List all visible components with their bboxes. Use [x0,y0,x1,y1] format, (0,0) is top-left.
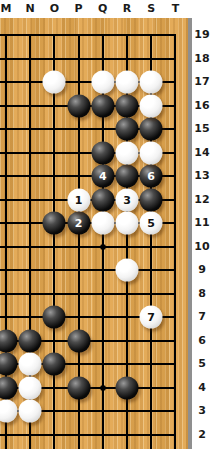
row-label-7: 7 [192,310,212,324]
stone-black-O11[interactable] [43,212,66,235]
row-label-6: 6 [192,334,212,348]
stone-black-P16[interactable] [67,94,90,117]
stone-black-Q14[interactable] [91,141,114,164]
star-point-Q4 [100,385,105,390]
stone-black-Q13[interactable]: 4 [91,165,114,188]
move-number-3: 3 [123,194,131,205]
row-label-9: 9 [192,263,212,277]
stone-black-S12[interactable] [140,188,163,211]
star-point-Q10 [100,244,105,249]
row-label-5: 5 [192,357,212,371]
grid-line-col-T [174,34,176,449]
stone-black-M4[interactable] [0,376,18,399]
stone-black-S13[interactable]: 6 [140,165,163,188]
row-label-19: 19 [192,28,212,42]
stone-black-R16[interactable] [116,94,139,117]
stone-black-Q12[interactable] [91,188,114,211]
stone-black-M6[interactable] [0,329,18,352]
stone-black-O7[interactable] [43,306,66,329]
row-label-12: 12 [192,193,212,207]
stone-white-S11[interactable]: 5 [140,212,163,235]
grid-line-col-O [53,34,55,449]
stone-white-M3[interactable] [0,400,18,423]
stone-black-R13[interactable] [116,165,139,188]
stone-white-P12[interactable]: 1 [67,188,90,211]
row-label-11: 11 [192,216,212,230]
stone-black-P4[interactable] [67,376,90,399]
column-label-T: T [172,2,180,15]
stone-white-R9[interactable] [116,259,139,282]
stone-white-R17[interactable] [116,71,139,94]
column-label-O: O [50,2,59,15]
move-number-4: 4 [99,171,107,182]
move-number-5: 5 [147,218,155,229]
stone-black-P11[interactable]: 2 [67,212,90,235]
row-label-2: 2 [192,428,212,442]
stone-white-N3[interactable] [19,400,42,423]
row-label-13: 13 [192,169,212,183]
go-diagram: 4621357 MNOPQRST 19181716151413121110987… [0,0,212,449]
stone-white-Q11[interactable] [91,212,114,235]
row-label-18: 18 [192,52,212,66]
column-label-M: M [1,2,12,15]
go-board[interactable]: 4621357 [0,18,188,449]
stone-black-O5[interactable] [43,353,66,376]
stone-black-S15[interactable] [140,118,163,141]
stone-white-N5[interactable] [19,353,42,376]
column-label-S: S [147,2,155,15]
row-label-14: 14 [192,146,212,160]
stone-white-S17[interactable] [140,71,163,94]
column-label-N: N [26,2,35,15]
column-label-P: P [75,2,83,15]
stone-black-R4[interactable] [116,376,139,399]
stone-black-P6[interactable] [67,329,90,352]
stone-white-R14[interactable] [116,141,139,164]
stone-white-S16[interactable] [140,94,163,117]
stone-black-N6[interactable] [19,329,42,352]
row-label-15: 15 [192,122,212,136]
move-number-6: 6 [147,171,155,182]
column-label-R: R [123,2,131,15]
move-number-7: 7 [147,312,155,323]
stone-white-S14[interactable] [140,141,163,164]
row-label-8: 8 [192,287,212,301]
row-label-16: 16 [192,99,212,113]
stone-black-Q16[interactable] [91,94,114,117]
stone-black-R15[interactable] [116,118,139,141]
column-label-Q: Q [98,2,107,15]
stone-white-R11[interactable] [116,212,139,235]
row-label-3: 3 [192,404,212,418]
move-number-1: 1 [75,194,83,205]
stone-white-O17[interactable] [43,71,66,94]
row-label-4: 4 [192,381,212,395]
row-label-17: 17 [192,75,212,89]
stone-black-M5[interactable] [0,353,18,376]
move-number-2: 2 [75,218,83,229]
row-label-10: 10 [192,240,212,254]
stone-white-S7[interactable]: 7 [140,306,163,329]
stone-white-Q17[interactable] [91,71,114,94]
stone-white-R12[interactable]: 3 [116,188,139,211]
stone-white-N4[interactable] [19,376,42,399]
